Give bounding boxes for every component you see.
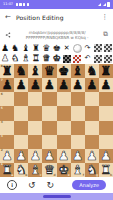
square-e1[interactable]: e♚	[57, 163, 71, 177]
board-pattern-icon-1-shape	[94, 44, 102, 52]
square-g4[interactable]	[85, 121, 99, 135]
delete-piece-icon[interactable]: ✕	[62, 43, 72, 54]
square-g5[interactable]	[85, 106, 99, 120]
rank-label-4: 4	[1, 121, 3, 124]
board-pattern-icon-2[interactable]	[103, 43, 113, 54]
signal-icon	[103, 3, 106, 6]
square-h5[interactable]	[99, 106, 113, 120]
palette-black-king-glyph: ♚	[52, 44, 60, 53]
redo-arrow-icon[interactable]: ↷	[82, 43, 92, 54]
square-g6[interactable]	[85, 92, 99, 106]
status-right-icons	[98, 2, 110, 6]
square-c6[interactable]	[28, 92, 42, 106]
square-c1[interactable]: c♝	[28, 163, 42, 177]
piece-palette: ♟♞♝♜♛♚✕↷♟♞♝♜♛♚↶	[0, 43, 113, 64]
square-d5[interactable]	[42, 106, 56, 120]
white-pawn: ♟	[30, 149, 41, 162]
square-f1[interactable]: f♝	[71, 163, 85, 177]
fen-text: rnbqkbnr/pppppppp/8/8/8/8/ PPPPPPPP/RNBQ…	[11, 30, 103, 40]
white-pawn: ♟	[100, 149, 111, 162]
square-a5[interactable]: 5	[0, 106, 14, 120]
rank-label-5: 5	[1, 107, 3, 110]
black-pawn: ♟	[16, 78, 27, 91]
white-bishop: ♝	[30, 163, 41, 176]
black-queen: ♛	[44, 64, 55, 77]
black-bishop: ♝	[72, 64, 83, 77]
fen-bar: rnbqkbnr/pppppppp/8/8/8/8/ PPPPPPPP/RNBQ…	[0, 26, 113, 43]
square-h1[interactable]: h♜	[99, 163, 113, 177]
square-c5[interactable]	[28, 106, 42, 120]
status-time: 11:07	[3, 3, 13, 7]
palette-black-king[interactable]: ♚	[51, 43, 61, 54]
black-knight: ♞	[86, 64, 97, 77]
black-rook: ♜	[1, 64, 12, 77]
overflow-menu-icon[interactable]: ⋮	[102, 14, 109, 21]
notification-icon	[16, 3, 18, 5]
analyze-button[interactable]: Analyze	[72, 180, 106, 191]
black-pawn: ♟	[44, 78, 55, 91]
notification-icon	[19, 3, 21, 5]
black-knight: ♞	[16, 64, 27, 77]
rank-label-6: 6	[1, 93, 3, 96]
palette-black-bishop-glyph: ♝	[22, 44, 30, 53]
square-b4[interactable]	[14, 121, 28, 135]
wifi-icon	[98, 3, 101, 6]
delete-piece-icon-glyph: ✕	[64, 45, 70, 52]
gesture-bar[interactable]	[43, 195, 71, 197]
white-pawn: ♟	[86, 149, 97, 162]
square-h6[interactable]	[99, 92, 113, 106]
black-pawn: ♟	[30, 78, 41, 91]
square-d7[interactable]: ♟	[42, 78, 56, 92]
battery-icon	[107, 2, 110, 6]
white-rook: ♜	[100, 163, 111, 176]
black-pawn: ♟	[100, 78, 111, 91]
app-bar: ← Position Editing ⋮	[0, 9, 113, 26]
black-pawn: ♟	[86, 78, 97, 91]
palette-black-pawn-glyph: ♟	[1, 44, 9, 53]
rank-label-3: 3	[1, 135, 3, 138]
square-a7[interactable]: 7♟	[0, 78, 14, 92]
redo-arrow-icon-glyph: ↷	[84, 45, 90, 52]
white-queen: ♛	[44, 163, 55, 176]
back-arrow-icon[interactable]: ←	[5, 14, 11, 21]
notification-icon	[27, 3, 29, 5]
palette-black-knight[interactable]: ♞	[10, 43, 20, 54]
fen-line-2: PPPPPPPP/RNBQKBNR w KQkq -	[11, 35, 103, 40]
square-b5[interactable]	[14, 106, 28, 120]
square-b6[interactable]	[14, 92, 28, 106]
square-e4[interactable]	[57, 121, 71, 135]
info-icon[interactable]: i	[7, 180, 17, 190]
square-d4[interactable]	[42, 121, 56, 135]
square-g7[interactable]: ♟	[85, 78, 99, 92]
white-knight: ♞	[16, 163, 27, 176]
rotate-cw-icon[interactable]: ↻	[47, 181, 55, 190]
white-pawn: ♟	[44, 149, 55, 162]
white-knight: ♞	[86, 163, 97, 176]
white-pawn: ♟	[16, 149, 27, 162]
palette-black-knight-glyph: ♞	[11, 44, 19, 53]
position-editing-screen: 11:07 ← Position Editing ⋮ rnbqkbnr/pppp…	[0, 0, 113, 200]
palette-black-queen[interactable]: ♛	[41, 43, 51, 54]
white-pawn: ♟	[1, 149, 12, 162]
square-f5[interactable]	[71, 106, 85, 120]
square-b7[interactable]: ♟	[14, 78, 28, 92]
square-h4[interactable]	[99, 121, 113, 135]
undo-arrow-icon-glyph: ↶	[84, 55, 90, 62]
white-pawn: ♟	[58, 149, 69, 162]
status-bar: 11:07	[0, 0, 113, 9]
chess-board: 8♜♞♝♛♚♝♞♜7♟♟♟♟♟♟♟♟65432♟♟♟♟♟♟♟♟1a♜b♞c♝d♛…	[0, 64, 113, 177]
white-to-move-icon[interactable]	[72, 43, 82, 54]
palette-black-queen-glyph: ♛	[42, 44, 50, 53]
square-f7[interactable]: ♟	[71, 78, 85, 92]
rotate-ccw-icon[interactable]: ↺	[28, 181, 36, 190]
white-to-move-icon-shape	[73, 44, 82, 53]
palette-black-rook[interactable]: ♜	[31, 43, 41, 54]
black-pawn: ♟	[72, 78, 83, 91]
notification-icon	[23, 3, 25, 5]
black-pawn: ♟	[1, 78, 12, 91]
square-f4[interactable]	[71, 121, 85, 135]
square-d6[interactable]	[42, 92, 56, 106]
square-a1[interactable]: 1a♜	[0, 163, 14, 177]
palette-black-pawn[interactable]: ♟	[0, 43, 10, 54]
page-title: Position Editing	[16, 14, 64, 21]
square-e5[interactable]	[57, 106, 71, 120]
navigation-strip	[0, 193, 113, 200]
white-bishop: ♝	[72, 163, 83, 176]
black-bishop: ♝	[30, 64, 41, 77]
white-king: ♚	[58, 163, 69, 176]
square-f6[interactable]	[71, 92, 85, 106]
black-rook: ♜	[100, 64, 111, 77]
black-king: ♚	[58, 64, 69, 77]
board-pattern-icon-2-shape	[104, 44, 112, 52]
square-c7[interactable]: ♟	[28, 78, 42, 92]
square-e6[interactable]	[57, 92, 71, 106]
square-g1[interactable]: g♞	[85, 163, 99, 177]
bottom-toolbar: i ↺ ↻ Analyze	[0, 177, 113, 193]
square-d1[interactable]: d♛	[42, 163, 56, 177]
palette-black-rook-glyph: ♜	[32, 44, 40, 53]
square-e7[interactable]: ♟	[57, 78, 71, 92]
black-pawn: ♟	[58, 78, 69, 91]
board-pattern-icon-1[interactable]	[92, 43, 102, 54]
square-b1[interactable]: b♞	[14, 163, 28, 177]
square-a4[interactable]: 4	[0, 121, 14, 135]
square-c4[interactable]	[28, 121, 42, 135]
square-a6[interactable]: 6	[0, 92, 14, 106]
white-rook: ♜	[1, 163, 12, 176]
palette-black-bishop[interactable]: ♝	[21, 43, 31, 54]
white-pawn: ♟	[72, 149, 83, 162]
copy-icon[interactable]: ⧉	[103, 31, 108, 38]
square-h7[interactable]: ♟	[99, 78, 113, 92]
